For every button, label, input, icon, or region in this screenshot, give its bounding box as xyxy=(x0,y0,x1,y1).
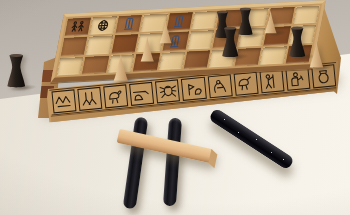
senet-square-r2c5[interactable] xyxy=(184,50,211,69)
senet-square-r1c0[interactable] xyxy=(61,37,88,56)
hieroglyph-panel xyxy=(103,84,128,108)
senet-square-r0c1[interactable] xyxy=(90,16,117,35)
senet-square-r2c8[interactable] xyxy=(260,46,287,65)
spool-glyph xyxy=(288,26,306,58)
hieroglyph-panel xyxy=(285,67,310,91)
dark-spool-piece-off-board[interactable] xyxy=(6,53,27,89)
hieroglyph-panel xyxy=(77,87,102,111)
senet-square-r0c9[interactable] xyxy=(293,6,320,25)
bird-flag-icon xyxy=(183,78,205,99)
spool-glyph xyxy=(221,26,239,58)
light-cone-piece-r2c9[interactable] xyxy=(309,41,324,68)
senet-photo-scene xyxy=(0,0,350,215)
light-cone-piece-r0c7[interactable] xyxy=(264,10,277,34)
senet-square-r0c0[interactable] xyxy=(65,18,92,37)
cone-glyph xyxy=(309,41,324,68)
senet-square-r1c1[interactable] xyxy=(86,36,113,55)
figure-bow-icon xyxy=(209,76,231,97)
dark-spool-piece-r1c5[interactable] xyxy=(221,26,239,58)
hieroglyph-panel xyxy=(207,74,232,98)
dark-spool-piece-r1c8[interactable] xyxy=(288,26,306,58)
hieroglyph-panel xyxy=(233,72,258,96)
arm-bird-icon xyxy=(131,83,153,104)
senet-grid xyxy=(51,0,326,83)
zigzag-leg-icon xyxy=(53,91,75,112)
senet-square-r1c2[interactable] xyxy=(112,34,139,53)
scarab-icon xyxy=(157,81,179,102)
light-cone-piece-r2c2[interactable] xyxy=(113,53,129,81)
light-cone-piece-r0c3[interactable] xyxy=(159,20,172,44)
spool-glyph xyxy=(6,53,27,89)
hieroglyph-panel xyxy=(129,82,154,106)
cone-glyph xyxy=(140,36,155,62)
figure-staff-icon xyxy=(261,71,283,92)
senet-square-r1c5[interactable] xyxy=(188,30,215,49)
hieroglyph-panel xyxy=(51,89,76,113)
bird-perched-icon xyxy=(105,86,127,107)
hieroglyph-panel xyxy=(155,79,180,103)
light-cone-piece-r1c3[interactable] xyxy=(140,36,155,62)
cone-glyph xyxy=(159,20,172,44)
senet-square-r0c2[interactable] xyxy=(115,15,142,34)
seated-king-icon xyxy=(287,68,309,89)
hieroglyph-panel xyxy=(181,77,206,101)
bird-leg-icon xyxy=(235,73,257,94)
senet-square-r2c0[interactable] xyxy=(57,57,84,76)
senet-square-r2c1[interactable] xyxy=(82,55,109,74)
hieroglyph-panel xyxy=(259,69,284,93)
cone-glyph xyxy=(264,10,277,34)
cone-glyph xyxy=(113,53,129,81)
script-icon xyxy=(117,16,139,32)
senet-board xyxy=(36,2,348,142)
two-figures-icon xyxy=(67,19,89,35)
walking-legs-icon xyxy=(79,88,101,109)
net-scarab-icon xyxy=(92,18,114,34)
